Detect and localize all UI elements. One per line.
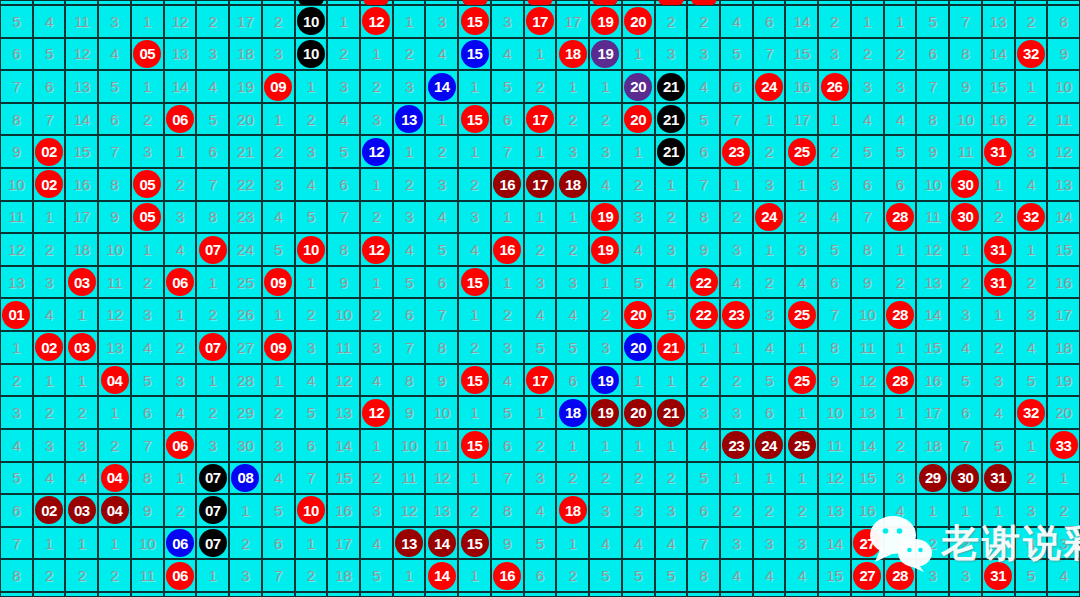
cell-r13-c14: 10 (425, 396, 458, 429)
ball-03-red: 03 (68, 333, 96, 361)
omission-count: 5 (274, 242, 282, 257)
cell-r6-c5: 05 (131, 168, 164, 201)
cell-r13-c4: 1 (98, 396, 131, 429)
omission-count: 3 (732, 242, 740, 257)
cell-r8-c16: 16 (491, 233, 524, 266)
omission-count: 2 (765, 275, 773, 290)
cell-r8-c32: 1 (1015, 233, 1048, 266)
cell-r7-c21: 2 (655, 201, 688, 234)
cell-r8-c26: 5 (818, 233, 851, 266)
cell-r8-c15: 4 (458, 233, 491, 266)
cell-r18-c8: 3 (229, 559, 262, 592)
omission-count: 3 (241, 568, 249, 583)
cell-r10-c33: 17 (1047, 298, 1080, 331)
omission-count: 2 (961, 536, 969, 551)
omission-count: 28 (237, 373, 254, 388)
omission-count: 1 (372, 177, 380, 192)
cell-r18-c16: 16 (491, 559, 524, 592)
omission-count: 5 (12, 14, 20, 29)
ball-30-red: 30 (951, 170, 979, 198)
cell-r3-c3: 13 (65, 70, 98, 103)
ball-31-red: 31 (984, 562, 1012, 590)
cell-r12-c32: 5 (1015, 364, 1048, 397)
cut-row-cell (589, 592, 622, 597)
ball-20-red: 20 (624, 7, 652, 35)
ball-23-dark_red: 23 (722, 431, 750, 459)
omission-count: 2 (307, 112, 315, 127)
omission-count: 29 (237, 405, 254, 420)
cut-row-cell (262, 592, 295, 597)
omission-count: 1 (732, 177, 740, 192)
omission-count: 5 (569, 340, 577, 355)
ball-23-red: 23 (722, 301, 750, 329)
omission-count: 4 (12, 438, 20, 453)
cell-r4-c2: 7 (33, 103, 66, 136)
omission-count: 4 (1059, 568, 1067, 583)
cell-r16-c25: 2 (785, 494, 818, 527)
omission-count: 1 (470, 470, 478, 485)
omission-count: 3 (274, 46, 282, 61)
cell-r4-c14: 1 (425, 103, 458, 136)
omission-count: 1 (176, 307, 184, 322)
omission-count: 4 (961, 340, 969, 355)
omission-count: 21 (237, 144, 254, 159)
cell-r15-c19: 2 (589, 462, 622, 495)
omission-count: 5 (699, 112, 707, 127)
omission-count: 4 (765, 340, 773, 355)
ball-07-black: 07 (199, 496, 227, 524)
omission-count: 1 (1059, 470, 1067, 485)
omission-count: 2 (405, 46, 413, 61)
cell-r18-c28: 28 (884, 559, 917, 592)
cell-r4-c25: 17 (785, 103, 818, 136)
cell-r5-c31: 31 (982, 135, 1015, 168)
omission-count: 2 (601, 470, 609, 485)
omission-count: 6 (765, 14, 773, 29)
cell-r11-c8: 27 (229, 331, 262, 364)
cell-r9-c25: 4 (785, 266, 818, 299)
cell-r15-c6: 1 (164, 462, 197, 495)
cell-r14-c33: 33 (1047, 429, 1080, 462)
cell-r9-c7: 1 (196, 266, 229, 299)
omission-count: 2 (274, 14, 282, 29)
cut-row-cell (0, 592, 33, 597)
omission-count: 8 (929, 112, 937, 127)
cell-r5-c13: 1 (393, 135, 426, 168)
cell-r16-c33: 2 (1047, 494, 1080, 527)
omission-count: 12 (335, 373, 352, 388)
cell-r17-c1: 7 (0, 527, 33, 560)
omission-count: 2 (176, 340, 184, 355)
cell-r15-c22: 5 (687, 462, 720, 495)
cell-r18-c31: 31 (982, 559, 1015, 592)
omission-count: 1 (110, 405, 118, 420)
cell-r17-c8: 2 (229, 527, 262, 560)
cell-r15-c17: 3 (524, 462, 557, 495)
cell-r9-c12: 1 (360, 266, 393, 299)
omission-count: 8 (503, 503, 511, 518)
cell-r1-c33: 8 (1047, 5, 1080, 38)
cell-r1-c26: 2 (818, 5, 851, 38)
cell-r13-c30: 6 (949, 396, 982, 429)
cut-row-cell (753, 592, 786, 597)
ball-28-red: 28 (886, 203, 914, 231)
omission-count: 2 (405, 177, 413, 192)
cell-r5-c6: 1 (164, 135, 197, 168)
cut-row-cell (196, 592, 229, 597)
omission-count: 17 (564, 14, 581, 29)
cut-row-cell (720, 592, 753, 597)
omission-count: 3 (765, 307, 773, 322)
omission-count: 1 (798, 405, 806, 420)
cell-r7-c27: 7 (851, 201, 884, 234)
cell-r11-c1: 1 (0, 331, 33, 364)
omission-count: 2 (536, 79, 544, 94)
omission-count: 14 (924, 307, 941, 322)
ball-13-dark_red: 13 (395, 529, 423, 557)
omission-count: 3 (1027, 503, 1035, 518)
cell-r14-c2: 3 (33, 429, 66, 462)
omission-count: 7 (765, 46, 773, 61)
cell-r1-c12: 12 (360, 5, 393, 38)
omission-count: 3 (1059, 536, 1067, 551)
cut-row-cell (295, 592, 328, 597)
cell-r3-c18: 1 (556, 70, 589, 103)
cut-row-cell (524, 592, 557, 597)
cell-r5-c32: 3 (1015, 135, 1048, 168)
cell-r15-c23: 1 (720, 462, 753, 495)
omission-count: 3 (765, 177, 773, 192)
cell-r12-c25: 25 (785, 364, 818, 397)
omission-count: 2 (1027, 275, 1035, 290)
omission-count: 1 (1027, 242, 1035, 257)
omission-count: 30 (237, 438, 254, 453)
omission-count: 1 (667, 177, 675, 192)
cell-r2-c22: 3 (687, 38, 720, 71)
cell-r13-c25: 1 (785, 396, 818, 429)
omission-count: 6 (110, 112, 118, 127)
cell-r5-c28: 5 (884, 135, 917, 168)
cell-r2-c27: 2 (851, 38, 884, 71)
omission-count: 14 (793, 14, 810, 29)
omission-count: 3 (830, 177, 838, 192)
cell-r5-c25: 25 (785, 135, 818, 168)
omission-count: 14 (990, 46, 1007, 61)
omission-count: 18 (237, 46, 254, 61)
omission-count: 18 (335, 568, 352, 583)
cell-r7-c6: 3 (164, 201, 197, 234)
cell-r12-c1: 2 (0, 364, 33, 397)
cell-r18-c33: 4 (1047, 559, 1080, 592)
cell-r6-c10: 4 (295, 168, 328, 201)
omission-count: 16 (335, 503, 352, 518)
cell-r12-c19: 19 (589, 364, 622, 397)
omission-count: 9 (143, 503, 151, 518)
ball-20-purple: 20 (624, 73, 652, 101)
omission-count: 3 (1027, 144, 1035, 159)
cell-r9-c2: 3 (33, 266, 66, 299)
cell-r6-c8: 22 (229, 168, 262, 201)
omission-count: 3 (503, 340, 511, 355)
cell-r11-c2: 02 (33, 331, 66, 364)
omission-count: 4 (667, 275, 675, 290)
cell-r8-c19: 19 (589, 233, 622, 266)
omission-count: 1 (470, 568, 478, 583)
omission-count: 2 (372, 79, 380, 94)
omission-count: 8 (143, 470, 151, 485)
omission-count: 11 (859, 340, 875, 355)
omission-count: 7 (12, 536, 20, 551)
ball-15-red: 15 (461, 268, 489, 296)
omission-count: 7 (143, 438, 151, 453)
omission-count: 1 (274, 307, 282, 322)
omission-count: 9 (503, 536, 511, 551)
ball-20-dark_red: 20 (624, 399, 652, 427)
omission-count: 3 (1027, 307, 1035, 322)
omission-count: 1 (12, 340, 20, 355)
cell-r10-c9: 1 (262, 298, 295, 331)
omission-count: 13 (172, 46, 189, 61)
cell-r10-c19: 2 (589, 298, 622, 331)
cell-r13-c7: 2 (196, 396, 229, 429)
omission-count: 3 (45, 438, 53, 453)
cell-r3-c4: 5 (98, 70, 131, 103)
cell-r4-c16: 6 (491, 103, 524, 136)
cell-r18-c1: 8 (0, 559, 33, 592)
ball-31-red: 31 (984, 236, 1012, 264)
cell-r10-c16: 2 (491, 298, 524, 331)
cell-r6-c15: 2 (458, 168, 491, 201)
omission-count: 2 (798, 503, 806, 518)
cell-r15-c24: 1 (753, 462, 786, 495)
cell-r3-c14: 14 (425, 70, 458, 103)
cut-row-cell (65, 592, 98, 597)
ball-18-blue: 18 (559, 399, 587, 427)
cell-r16-c1: 6 (0, 494, 33, 527)
cell-r17-c31: 2 (982, 527, 1015, 560)
omission-count: 5 (209, 112, 217, 127)
cell-r13-c10: 5 (295, 396, 328, 429)
cell-r2-c18: 18 (556, 38, 589, 71)
cell-r7-c12: 2 (360, 201, 393, 234)
ball-17-red: 17 (526, 105, 554, 133)
omission-count: 7 (438, 307, 446, 322)
omission-count: 1 (470, 405, 478, 420)
omission-count: 3 (143, 307, 151, 322)
cell-r3-c33: 10 (1047, 70, 1080, 103)
cell-r7-c28: 28 (884, 201, 917, 234)
cell-r5-c22: 6 (687, 135, 720, 168)
omission-count: 2 (634, 470, 642, 485)
omission-count: 5 (45, 46, 53, 61)
cell-r14-c23: 23 (720, 429, 753, 462)
cell-r8-c6: 4 (164, 233, 197, 266)
cell-r9-c11: 9 (327, 266, 360, 299)
omission-count: 1 (601, 79, 609, 94)
cell-r7-c9: 4 (262, 201, 295, 234)
cell-r15-c25: 1 (785, 462, 818, 495)
cell-r15-c9: 4 (262, 462, 295, 495)
cell-r1-c4: 3 (98, 5, 131, 38)
ball-14-blue: 14 (428, 73, 456, 101)
cell-r14-c10: 6 (295, 429, 328, 462)
omission-count: 10 (139, 536, 156, 551)
cell-r11-c17: 5 (524, 331, 557, 364)
cut-row-cell (425, 592, 458, 597)
omission-count: 3 (45, 275, 53, 290)
cell-r4-c32: 2 (1015, 103, 1048, 136)
omission-count: 3 (470, 209, 478, 224)
cell-r12-c7: 1 (196, 364, 229, 397)
cell-r5-c27: 5 (851, 135, 884, 168)
cell-r6-c28: 6 (884, 168, 917, 201)
omission-count: 3 (961, 568, 969, 583)
ball-19-blue: 19 (591, 366, 619, 394)
cell-r9-c3: 03 (65, 266, 98, 299)
cell-r8-c21: 3 (655, 233, 688, 266)
ball-18-red: 18 (559, 496, 587, 524)
cell-r6-c14: 3 (425, 168, 458, 201)
cell-r12-c11: 12 (327, 364, 360, 397)
ball-18-dark_red: 18 (559, 170, 587, 198)
cell-r10-c20: 20 (622, 298, 655, 331)
cell-r4-c15: 15 (458, 103, 491, 136)
omission-count: 17 (335, 536, 352, 551)
cell-r10-c11: 10 (327, 298, 360, 331)
omission-count: 1 (405, 14, 413, 29)
omission-count: 13 (8, 275, 25, 290)
omission-count: 4 (699, 438, 707, 453)
cell-r9-c23: 4 (720, 266, 753, 299)
cell-r15-c27: 15 (851, 462, 884, 495)
cell-r6-c13: 2 (393, 168, 426, 201)
cell-r5-c15: 1 (458, 135, 491, 168)
omission-count: 3 (634, 209, 642, 224)
ball-06-red: 06 (166, 105, 194, 133)
cell-r18-c14: 14 (425, 559, 458, 592)
omission-count: 6 (209, 144, 217, 159)
omission-count: 5 (830, 242, 838, 257)
cell-r3-c29: 7 (916, 70, 949, 103)
cell-r3-c17: 2 (524, 70, 557, 103)
cell-r6-c20: 2 (622, 168, 655, 201)
cell-r2-c15: 15 (458, 38, 491, 71)
omission-count: 12 (106, 307, 123, 322)
cell-r2-c17: 1 (524, 38, 557, 71)
omission-count: 25 (237, 275, 254, 290)
omission-count: 4 (699, 79, 707, 94)
omission-count: 3 (732, 536, 740, 551)
omission-count: 3 (929, 568, 937, 583)
omission-count: 3 (601, 503, 609, 518)
omission-count: 2 (765, 144, 773, 159)
cell-r17-c13: 13 (393, 527, 426, 560)
omission-count: 4 (307, 373, 315, 388)
cell-r11-c28: 1 (884, 331, 917, 364)
omission-count: 2 (569, 112, 577, 127)
cell-r8-c23: 3 (720, 233, 753, 266)
omission-count: 9 (1059, 46, 1067, 61)
cell-r9-c21: 4 (655, 266, 688, 299)
cell-r3-c27: 3 (851, 70, 884, 103)
omission-count: 5 (667, 568, 675, 583)
cell-r7-c32: 32 (1015, 201, 1048, 234)
cell-r10-c7: 2 (196, 298, 229, 331)
cell-r12-c27: 12 (851, 364, 884, 397)
omission-count: 5 (143, 373, 151, 388)
cell-r8-c13: 4 (393, 233, 426, 266)
cell-r8-c3: 18 (65, 233, 98, 266)
cell-r17-c3: 1 (65, 527, 98, 560)
omission-count: 12 (73, 46, 90, 61)
omission-count: 4 (209, 79, 217, 94)
cell-r1-c32: 2 (1015, 5, 1048, 38)
cell-r18-c4: 2 (98, 559, 131, 592)
omission-count: 3 (274, 177, 282, 192)
omission-count: 5 (405, 275, 413, 290)
ball-21-red: 21 (657, 333, 685, 361)
cell-r5-c16: 7 (491, 135, 524, 168)
cell-r5-c33: 12 (1047, 135, 1080, 168)
omission-count: 5 (699, 470, 707, 485)
cell-r2-c6: 13 (164, 38, 197, 71)
omission-count: 15 (335, 470, 352, 485)
cell-r17-c12: 4 (360, 527, 393, 560)
cell-r2-c12: 1 (360, 38, 393, 71)
omission-count: 2 (634, 177, 642, 192)
omission-count: 2 (209, 405, 217, 420)
cell-r6-c4: 8 (98, 168, 131, 201)
cell-r1-c25: 14 (785, 5, 818, 38)
cell-r10-c1: 01 (0, 298, 33, 331)
ball-04-dark_red: 04 (101, 496, 129, 524)
omission-count: 2 (569, 470, 577, 485)
cell-r2-c11: 2 (327, 38, 360, 71)
cell-r14-c5: 7 (131, 429, 164, 462)
cell-r3-c13: 3 (393, 70, 426, 103)
cell-r18-c20: 5 (622, 559, 655, 592)
omission-count: 3 (438, 14, 446, 29)
omission-count: 16 (1055, 275, 1072, 290)
omission-count: 2 (569, 242, 577, 257)
omission-count: 1 (667, 438, 675, 453)
omission-count: 1 (569, 536, 577, 551)
cell-r6-c3: 16 (65, 168, 98, 201)
cell-r4-c17: 17 (524, 103, 557, 136)
omission-count: 6 (699, 144, 707, 159)
omission-count: 1 (110, 536, 118, 551)
omission-count: 4 (45, 307, 53, 322)
omission-count: 5 (12, 470, 20, 485)
omission-count: 10 (401, 438, 418, 453)
omission-count: 3 (536, 275, 544, 290)
cell-r2-c10: 10 (295, 38, 328, 71)
omission-count: 4 (634, 536, 642, 551)
cut-row-cell (556, 592, 589, 597)
cell-r18-c26: 15 (818, 559, 851, 592)
omission-count: 19 (237, 79, 254, 94)
cell-r9-c28: 2 (884, 266, 917, 299)
cell-r12-c22: 2 (687, 364, 720, 397)
omission-count: 4 (634, 242, 642, 257)
omission-count: 2 (1027, 14, 1035, 29)
omission-count: 3 (372, 340, 380, 355)
cell-r7-c20: 3 (622, 201, 655, 234)
cell-r4-c31: 16 (982, 103, 1015, 136)
cell-r4-c8: 20 (229, 103, 262, 136)
cell-r2-c30: 8 (949, 38, 982, 71)
cell-r1-c3: 11 (65, 5, 98, 38)
